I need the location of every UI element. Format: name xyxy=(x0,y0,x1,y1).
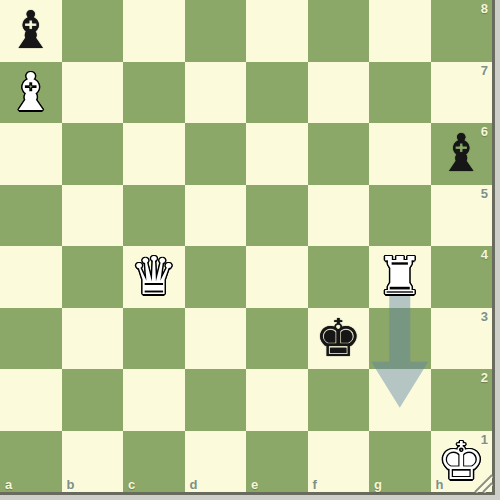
square-c4[interactable]: ♛ xyxy=(123,246,185,308)
file-label-e: e xyxy=(251,477,258,492)
square-f3[interactable]: ♚ xyxy=(308,308,370,370)
square-h7[interactable]: 7 xyxy=(431,62,493,124)
square-f5[interactable] xyxy=(308,185,370,247)
square-h6[interactable]: 6♝ xyxy=(431,123,493,185)
square-e4[interactable] xyxy=(246,246,308,308)
file-label-f: f xyxy=(313,477,317,492)
square-g2[interactable] xyxy=(369,369,431,431)
square-b2[interactable] xyxy=(62,369,124,431)
square-d5[interactable] xyxy=(185,185,247,247)
square-c2[interactable] xyxy=(123,369,185,431)
square-d7[interactable] xyxy=(185,62,247,124)
square-f2[interactable] xyxy=(308,369,370,431)
file-label-c: c xyxy=(128,477,135,492)
square-b7[interactable] xyxy=(62,62,124,124)
square-g1[interactable]: g xyxy=(369,431,431,493)
square-h5[interactable]: 5 xyxy=(431,185,493,247)
square-e8[interactable] xyxy=(246,0,308,62)
square-a4[interactable] xyxy=(0,246,62,308)
file-label-a: a xyxy=(5,477,12,492)
file-label-b: b xyxy=(67,477,75,492)
board-window: ♝8♝76♝5♛♜4♚32abcdefg1h♚ xyxy=(0,0,500,500)
rank-label-8: 8 xyxy=(481,1,488,16)
square-a1[interactable]: a xyxy=(0,431,62,493)
square-f6[interactable] xyxy=(308,123,370,185)
rank-label-4: 4 xyxy=(481,247,488,262)
square-g3[interactable] xyxy=(369,308,431,370)
square-c1[interactable]: c xyxy=(123,431,185,493)
square-c3[interactable] xyxy=(123,308,185,370)
square-e5[interactable] xyxy=(246,185,308,247)
square-c5[interactable] xyxy=(123,185,185,247)
square-g7[interactable] xyxy=(369,62,431,124)
file-label-g: g xyxy=(374,477,382,492)
black-bishop[interactable]: ♝ xyxy=(7,0,54,62)
square-f8[interactable] xyxy=(308,0,370,62)
black-bishop[interactable]: ♝ xyxy=(438,123,485,185)
square-f7[interactable] xyxy=(308,62,370,124)
square-d8[interactable] xyxy=(185,0,247,62)
square-d1[interactable]: d xyxy=(185,431,247,493)
rank-label-3: 3 xyxy=(481,309,488,324)
square-f1[interactable]: f xyxy=(308,431,370,493)
square-b4[interactable] xyxy=(62,246,124,308)
square-h4[interactable]: 4 xyxy=(431,246,493,308)
square-b1[interactable]: b xyxy=(62,431,124,493)
square-a8[interactable]: ♝ xyxy=(0,0,62,62)
square-b3[interactable] xyxy=(62,308,124,370)
file-label-d: d xyxy=(190,477,198,492)
square-b8[interactable] xyxy=(62,0,124,62)
square-h2[interactable]: 2 xyxy=(431,369,493,431)
square-a7[interactable]: ♝ xyxy=(0,62,62,124)
square-g6[interactable] xyxy=(369,123,431,185)
square-e2[interactable] xyxy=(246,369,308,431)
chess-board[interactable]: ♝8♝76♝5♛♜4♚32abcdefg1h♚ xyxy=(0,0,495,495)
square-a2[interactable] xyxy=(0,369,62,431)
square-g4[interactable]: ♜ xyxy=(369,246,431,308)
rank-label-2: 2 xyxy=(481,370,488,385)
square-d3[interactable] xyxy=(185,308,247,370)
square-b5[interactable] xyxy=(62,185,124,247)
square-c7[interactable] xyxy=(123,62,185,124)
square-b6[interactable] xyxy=(62,123,124,185)
white-queen[interactable]: ♛ xyxy=(130,246,177,308)
square-h3[interactable]: 3 xyxy=(431,308,493,370)
rank-label-5: 5 xyxy=(481,186,488,201)
square-a6[interactable] xyxy=(0,123,62,185)
square-e6[interactable] xyxy=(246,123,308,185)
square-d2[interactable] xyxy=(185,369,247,431)
resize-grip-icon[interactable] xyxy=(471,471,493,493)
square-e7[interactable] xyxy=(246,62,308,124)
square-e1[interactable]: e xyxy=(246,431,308,493)
white-bishop[interactable]: ♝ xyxy=(7,62,54,124)
black-king[interactable]: ♚ xyxy=(315,308,362,370)
white-rook[interactable]: ♜ xyxy=(376,246,423,308)
square-a3[interactable] xyxy=(0,308,62,370)
square-g5[interactable] xyxy=(369,185,431,247)
square-e3[interactable] xyxy=(246,308,308,370)
rank-label-7: 7 xyxy=(481,63,488,78)
square-c6[interactable] xyxy=(123,123,185,185)
square-g8[interactable] xyxy=(369,0,431,62)
square-f4[interactable] xyxy=(308,246,370,308)
square-a5[interactable] xyxy=(0,185,62,247)
square-d4[interactable] xyxy=(185,246,247,308)
square-d6[interactable] xyxy=(185,123,247,185)
square-c8[interactable] xyxy=(123,0,185,62)
square-h8[interactable]: 8 xyxy=(431,0,493,62)
